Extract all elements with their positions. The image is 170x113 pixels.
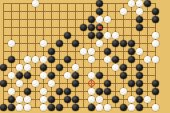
black-stone[interactable] (64, 32, 71, 39)
black-stone[interactable] (112, 96, 119, 103)
white-stone[interactable] (128, 104, 135, 111)
black-stone[interactable] (136, 64, 143, 71)
black-stone[interactable] (72, 96, 79, 103)
black-stone[interactable] (152, 16, 159, 23)
black-stone[interactable] (136, 96, 143, 103)
black-stone[interactable] (56, 104, 63, 111)
white-stone[interactable] (112, 64, 119, 71)
white-stone[interactable] (48, 80, 55, 87)
white-stone[interactable] (88, 48, 95, 55)
black-stone[interactable] (96, 0, 103, 7)
black-stone[interactable] (120, 64, 127, 71)
white-stone[interactable] (16, 96, 23, 103)
white-stone[interactable] (32, 0, 39, 7)
black-stone[interactable] (136, 24, 143, 31)
white-stone[interactable] (40, 104, 47, 111)
black-stone[interactable] (88, 32, 95, 39)
black-stone[interactable] (136, 16, 143, 23)
white-stone[interactable] (120, 8, 127, 15)
black-stone[interactable] (104, 80, 111, 87)
black-stone[interactable] (48, 72, 55, 79)
white-stone[interactable] (88, 96, 95, 103)
black-stone[interactable] (48, 56, 55, 63)
white-stone[interactable] (144, 56, 151, 63)
black-stone[interactable] (0, 104, 7, 111)
white-stone[interactable] (24, 64, 31, 71)
white-stone[interactable] (24, 96, 31, 103)
black-stone[interactable] (88, 104, 95, 111)
black-stone[interactable] (64, 56, 71, 63)
black-stone[interactable] (56, 88, 63, 95)
white-stone[interactable] (72, 64, 79, 71)
white-stone[interactable] (8, 40, 15, 47)
black-stone[interactable] (144, 0, 151, 7)
black-stone[interactable] (64, 96, 71, 103)
black-stone[interactable] (0, 64, 7, 71)
black-stone[interactable] (104, 88, 111, 95)
black-stone[interactable] (72, 72, 79, 79)
black-stone[interactable] (88, 16, 95, 23)
white-stone[interactable] (80, 48, 87, 55)
white-stone[interactable] (16, 80, 23, 87)
black-stone[interactable] (8, 56, 15, 63)
white-stone[interactable] (88, 56, 95, 63)
black-stone[interactable] (120, 72, 127, 79)
white-stone[interactable] (32, 80, 39, 87)
white-stone[interactable] (64, 72, 71, 79)
white-stone[interactable] (136, 8, 143, 15)
black-stone[interactable] (16, 72, 23, 79)
black-stone[interactable] (72, 104, 79, 111)
black-stone[interactable] (8, 104, 15, 111)
white-stone[interactable] (16, 104, 23, 111)
black-stone[interactable] (136, 88, 143, 95)
black-stone[interactable] (40, 64, 47, 71)
black-stone[interactable] (48, 104, 55, 111)
white-stone[interactable] (16, 64, 23, 71)
white-stone[interactable] (40, 96, 47, 103)
last-move-circle-marker (88, 80, 95, 87)
black-stone[interactable] (8, 96, 15, 103)
white-stone[interactable] (24, 56, 31, 63)
white-stone[interactable] (96, 104, 103, 111)
white-stone[interactable] (120, 88, 127, 95)
black-stone[interactable] (120, 40, 127, 47)
black-stone[interactable] (136, 72, 143, 79)
white-stone[interactable] (152, 56, 159, 63)
white-stone[interactable] (40, 56, 47, 63)
black-stone[interactable] (128, 80, 135, 87)
white-stone[interactable] (40, 40, 47, 47)
black-stone[interactable] (88, 24, 95, 31)
black-stone[interactable] (152, 88, 159, 95)
white-stone[interactable] (24, 104, 31, 111)
white-stone[interactable] (152, 40, 159, 47)
black-stone[interactable] (96, 8, 103, 15)
black-stone[interactable] (56, 64, 63, 71)
black-stone[interactable] (24, 72, 31, 79)
white-stone[interactable] (136, 0, 143, 7)
black-stone[interactable] (96, 88, 103, 95)
black-stone[interactable] (128, 56, 135, 63)
white-stone[interactable] (88, 88, 95, 95)
white-stone[interactable] (96, 40, 103, 47)
black-stone[interactable] (96, 72, 103, 79)
black-stone[interactable] (48, 48, 55, 55)
black-stone[interactable] (72, 40, 79, 47)
black-stone[interactable] (80, 24, 87, 31)
black-stone[interactable] (48, 96, 55, 103)
black-stone[interactable] (120, 104, 127, 111)
white-stone[interactable] (96, 96, 103, 103)
black-stone[interactable] (128, 40, 135, 47)
white-stone[interactable] (8, 72, 15, 79)
black-stone[interactable] (24, 88, 31, 95)
white-stone[interactable] (88, 72, 95, 79)
black-stone[interactable] (72, 80, 79, 87)
black-stone[interactable] (96, 32, 103, 39)
white-stone[interactable] (96, 16, 103, 23)
white-stone[interactable] (152, 104, 159, 111)
black-stone[interactable] (56, 40, 63, 47)
white-stone[interactable] (40, 88, 47, 95)
white-stone[interactable] (32, 56, 39, 63)
white-stone[interactable] (128, 96, 135, 103)
white-stone[interactable] (104, 56, 111, 63)
go-app-screenshot: 81 (0, 0, 170, 113)
white-stone[interactable] (104, 104, 111, 111)
black-stone[interactable] (152, 80, 159, 87)
go-board[interactable]: 81 (0, 0, 170, 113)
black-stone[interactable] (104, 48, 111, 55)
white-stone[interactable] (8, 88, 15, 95)
white-stone[interactable] (104, 16, 111, 23)
white-stone[interactable] (152, 32, 159, 39)
black-stone[interactable] (128, 48, 135, 55)
white-stone[interactable] (112, 32, 119, 39)
white-stone[interactable] (40, 72, 47, 79)
white-stone[interactable] (136, 48, 143, 55)
black-stone[interactable] (112, 40, 119, 47)
white-stone[interactable] (128, 0, 135, 7)
white-stone[interactable] (144, 96, 151, 103)
black-stone[interactable] (136, 80, 143, 87)
black-stone[interactable] (112, 56, 119, 63)
black-stone[interactable] (136, 104, 143, 111)
move-number-label: 81 (96, 24, 103, 31)
white-stone[interactable] (104, 32, 111, 39)
black-stone[interactable] (0, 80, 7, 87)
black-stone[interactable] (152, 8, 159, 15)
black-stone[interactable] (64, 88, 71, 95)
